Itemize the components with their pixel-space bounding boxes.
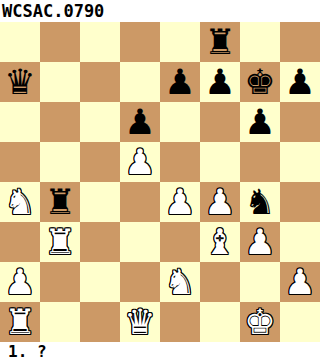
square-h2[interactable]: ♟ — [280, 262, 320, 302]
square-e8[interactable] — [160, 22, 200, 62]
square-a1[interactable]: ♜ — [0, 302, 40, 342]
square-a2[interactable]: ♟ — [0, 262, 40, 302]
square-b2[interactable] — [40, 262, 80, 302]
white-pawn: ♟ — [0, 262, 40, 302]
black-rook: ♜ — [200, 22, 240, 62]
square-g1[interactable]: ♚ — [240, 302, 280, 342]
square-h3[interactable] — [280, 222, 320, 262]
white-pawn: ♟ — [200, 182, 240, 222]
square-e4[interactable]: ♟ — [160, 182, 200, 222]
white-bishop: ♝ — [200, 222, 240, 262]
square-g6[interactable]: ♟ — [240, 102, 280, 142]
square-c8[interactable] — [80, 22, 120, 62]
square-e6[interactable] — [160, 102, 200, 142]
square-e3[interactable] — [160, 222, 200, 262]
square-b6[interactable] — [40, 102, 80, 142]
square-c7[interactable] — [80, 62, 120, 102]
square-h6[interactable] — [280, 102, 320, 142]
black-pawn: ♟ — [200, 62, 240, 102]
square-a4[interactable]: ♞ — [0, 182, 40, 222]
black-pawn: ♟ — [280, 62, 320, 102]
square-b7[interactable] — [40, 62, 80, 102]
square-d5[interactable]: ♟ — [120, 142, 160, 182]
square-f3[interactable]: ♝ — [200, 222, 240, 262]
black-pawn: ♟ — [240, 102, 280, 142]
black-knight: ♞ — [240, 182, 280, 222]
square-e7[interactable]: ♟ — [160, 62, 200, 102]
square-c6[interactable] — [80, 102, 120, 142]
square-a3[interactable] — [0, 222, 40, 262]
square-h1[interactable] — [280, 302, 320, 342]
square-g4[interactable]: ♞ — [240, 182, 280, 222]
square-f4[interactable]: ♟ — [200, 182, 240, 222]
square-h7[interactable]: ♟ — [280, 62, 320, 102]
move-prompt: 1. ? — [0, 342, 47, 360]
square-b1[interactable] — [40, 302, 80, 342]
square-f8[interactable]: ♜ — [200, 22, 240, 62]
square-g3[interactable]: ♟ — [240, 222, 280, 262]
square-a8[interactable] — [0, 22, 40, 62]
white-pawn: ♟ — [160, 182, 200, 222]
white-knight: ♞ — [160, 262, 200, 302]
square-e2[interactable]: ♞ — [160, 262, 200, 302]
chess-board: ♜♛♟♟♚♟♟♟♟♞♜♟♟♞♜♝♟♟♞♟♜♛♚ — [0, 22, 320, 342]
square-h5[interactable] — [280, 142, 320, 182]
square-d1[interactable]: ♛ — [120, 302, 160, 342]
white-pawn: ♟ — [120, 142, 160, 182]
square-c2[interactable] — [80, 262, 120, 302]
square-b3[interactable]: ♜ — [40, 222, 80, 262]
white-queen: ♛ — [120, 302, 160, 342]
square-g2[interactable] — [240, 262, 280, 302]
square-f7[interactable]: ♟ — [200, 62, 240, 102]
square-d3[interactable] — [120, 222, 160, 262]
status-bar: 1. ? — [0, 342, 320, 360]
square-f2[interactable] — [200, 262, 240, 302]
square-d6[interactable]: ♟ — [120, 102, 160, 142]
title-bar: WCSAC.0790 — [0, 0, 320, 22]
square-b5[interactable] — [40, 142, 80, 182]
square-a5[interactable] — [0, 142, 40, 182]
square-f6[interactable] — [200, 102, 240, 142]
square-g7[interactable]: ♚ — [240, 62, 280, 102]
square-e1[interactable] — [160, 302, 200, 342]
square-b4[interactable]: ♜ — [40, 182, 80, 222]
square-c5[interactable] — [80, 142, 120, 182]
square-d2[interactable] — [120, 262, 160, 302]
black-king: ♚ — [240, 62, 280, 102]
square-c4[interactable] — [80, 182, 120, 222]
black-queen: ♛ — [0, 62, 40, 102]
square-g5[interactable] — [240, 142, 280, 182]
white-rook: ♜ — [0, 302, 40, 342]
square-c3[interactable] — [80, 222, 120, 262]
square-d8[interactable] — [120, 22, 160, 62]
chess-app-window: WCSAC.0790 ♜♛♟♟♚♟♟♟♟♞♜♟♟♞♜♝♟♟♞♟♜♛♚ 1. ? — [0, 0, 320, 360]
square-a7[interactable]: ♛ — [0, 62, 40, 102]
square-e5[interactable] — [160, 142, 200, 182]
square-a6[interactable] — [0, 102, 40, 142]
black-pawn: ♟ — [120, 102, 160, 142]
puzzle-id: WCSAC.0790 — [0, 1, 104, 21]
square-b8[interactable] — [40, 22, 80, 62]
square-g8[interactable] — [240, 22, 280, 62]
black-pawn: ♟ — [160, 62, 200, 102]
square-d7[interactable] — [120, 62, 160, 102]
black-rook: ♜ — [40, 182, 80, 222]
white-pawn: ♟ — [280, 262, 320, 302]
square-h8[interactable] — [280, 22, 320, 62]
square-f1[interactable] — [200, 302, 240, 342]
white-rook: ♜ — [40, 222, 80, 262]
white-pawn: ♟ — [240, 222, 280, 262]
square-d4[interactable] — [120, 182, 160, 222]
square-h4[interactable] — [280, 182, 320, 222]
white-king: ♚ — [240, 302, 280, 342]
square-c1[interactable] — [80, 302, 120, 342]
white-knight: ♞ — [0, 182, 40, 222]
square-f5[interactable] — [200, 142, 240, 182]
